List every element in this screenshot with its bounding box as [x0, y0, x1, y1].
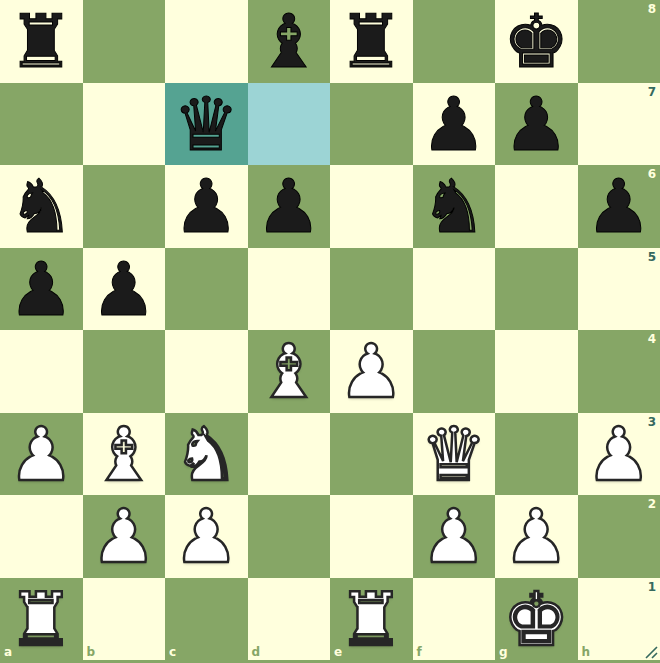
rank-coordinate-5: 5	[648, 250, 656, 264]
piece-black-pawn[interactable]: ♟	[578, 165, 660, 248]
piece-white-pawn[interactable]: ♟	[495, 495, 578, 578]
piece-black-pawn[interactable]: ♟	[495, 83, 578, 166]
square-b8[interactable]	[83, 0, 166, 83]
square-c3[interactable]: ♞	[165, 413, 248, 496]
chess-board: ♜♝♜♚8♛♟♟7♞♟♟♞♟6♟♟5♝♟4♟♝♞♛♟3♟♟♟♟2♜abcd♜ef…	[0, 0, 660, 660]
square-f2[interactable]: ♟	[413, 495, 496, 578]
rank-coordinate-4: 4	[648, 332, 656, 346]
rank-coordinate-1: 1	[648, 580, 656, 594]
square-f6[interactable]: ♞	[413, 165, 496, 248]
chess-board-wrap: ♜♝♜♚8♛♟♟7♞♟♟♞♟6♟♟5♝♟4♟♝♞♛♟3♟♟♟♟2♜abcd♜ef…	[0, 0, 660, 663]
rank-coordinate-7: 7	[648, 85, 656, 99]
rank-coordinate-8: 8	[648, 2, 656, 16]
square-g5[interactable]	[495, 248, 578, 331]
square-c6[interactable]: ♟	[165, 165, 248, 248]
square-d7[interactable]	[248, 83, 331, 166]
square-f7[interactable]: ♟	[413, 83, 496, 166]
square-h5[interactable]: 5	[578, 248, 660, 331]
square-g1[interactable]: ♚g	[495, 578, 578, 661]
file-coordinate-f: f	[417, 645, 422, 659]
file-coordinate-d: d	[252, 645, 261, 659]
square-g2[interactable]: ♟	[495, 495, 578, 578]
square-e2[interactable]	[330, 495, 413, 578]
square-a6[interactable]: ♞	[0, 165, 83, 248]
piece-white-pawn[interactable]: ♟	[578, 413, 660, 496]
piece-white-pawn[interactable]: ♟	[0, 413, 83, 496]
square-a1[interactable]: ♜a	[0, 578, 83, 661]
square-e8[interactable]: ♜	[330, 0, 413, 83]
piece-white-bishop[interactable]: ♝	[248, 330, 331, 413]
square-h7[interactable]: 7	[578, 83, 660, 166]
piece-black-pawn[interactable]: ♟	[413, 83, 496, 166]
rank-coordinate-2: 2	[648, 497, 656, 511]
piece-black-queen[interactable]: ♛	[165, 83, 248, 166]
square-g7[interactable]: ♟	[495, 83, 578, 166]
square-h8[interactable]: 8	[578, 0, 660, 83]
piece-white-pawn[interactable]: ♟	[413, 495, 496, 578]
board-resize-handle-icon[interactable]	[644, 644, 658, 658]
square-c4[interactable]	[165, 330, 248, 413]
square-c7[interactable]: ♛	[165, 83, 248, 166]
piece-black-pawn[interactable]: ♟	[0, 248, 83, 331]
square-h6[interactable]: ♟6	[578, 165, 660, 248]
square-h4[interactable]: 4	[578, 330, 660, 413]
square-h2[interactable]: 2	[578, 495, 660, 578]
square-a7[interactable]	[0, 83, 83, 166]
square-a3[interactable]: ♟	[0, 413, 83, 496]
square-a2[interactable]	[0, 495, 83, 578]
square-h1[interactable]: 1h	[578, 578, 660, 661]
file-coordinate-h: h	[582, 645, 591, 659]
square-g6[interactable]	[495, 165, 578, 248]
square-f1[interactable]: f	[413, 578, 496, 661]
square-e3[interactable]	[330, 413, 413, 496]
square-b2[interactable]: ♟	[83, 495, 166, 578]
square-g3[interactable]	[495, 413, 578, 496]
square-b6[interactable]	[83, 165, 166, 248]
square-d5[interactable]	[248, 248, 331, 331]
square-d1[interactable]: d	[248, 578, 331, 661]
square-d3[interactable]	[248, 413, 331, 496]
file-coordinate-c: c	[169, 645, 176, 659]
square-e5[interactable]	[330, 248, 413, 331]
square-a5[interactable]: ♟	[0, 248, 83, 331]
piece-black-king[interactable]: ♚	[495, 0, 578, 83]
piece-black-pawn[interactable]: ♟	[248, 165, 331, 248]
square-g8[interactable]: ♚	[495, 0, 578, 83]
square-d2[interactable]	[248, 495, 331, 578]
square-f3[interactable]: ♛	[413, 413, 496, 496]
square-c8[interactable]	[165, 0, 248, 83]
piece-white-king[interactable]: ♚	[495, 578, 578, 661]
piece-white-rook[interactable]: ♜	[0, 578, 83, 661]
square-g4[interactable]	[495, 330, 578, 413]
piece-white-pawn[interactable]: ♟	[330, 330, 413, 413]
piece-white-bishop[interactable]: ♝	[83, 413, 166, 496]
square-a8[interactable]: ♜	[0, 0, 83, 83]
square-c1[interactable]: c	[165, 578, 248, 661]
square-d6[interactable]: ♟	[248, 165, 331, 248]
square-b5[interactable]: ♟	[83, 248, 166, 331]
square-f4[interactable]	[413, 330, 496, 413]
square-f8[interactable]	[413, 0, 496, 83]
piece-black-bishop[interactable]: ♝	[248, 0, 331, 83]
piece-white-pawn[interactable]: ♟	[165, 495, 248, 578]
square-e7[interactable]	[330, 83, 413, 166]
piece-white-pawn[interactable]: ♟	[83, 495, 166, 578]
square-b7[interactable]	[83, 83, 166, 166]
square-a4[interactable]	[0, 330, 83, 413]
piece-black-knight[interactable]: ♞	[0, 165, 83, 248]
square-c5[interactable]	[165, 248, 248, 331]
square-e6[interactable]	[330, 165, 413, 248]
square-c2[interactable]: ♟	[165, 495, 248, 578]
piece-black-pawn[interactable]: ♟	[83, 248, 166, 331]
piece-black-pawn[interactable]: ♟	[165, 165, 248, 248]
square-f5[interactable]	[413, 248, 496, 331]
square-b1[interactable]: b	[83, 578, 166, 661]
square-b4[interactable]	[83, 330, 166, 413]
square-b3[interactable]: ♝	[83, 413, 166, 496]
square-d8[interactable]: ♝	[248, 0, 331, 83]
square-h3[interactable]: ♟3	[578, 413, 660, 496]
piece-black-rook[interactable]: ♜	[0, 0, 83, 83]
square-e1[interactable]: ♜e	[330, 578, 413, 661]
piece-black-knight[interactable]: ♞	[413, 165, 496, 248]
file-coordinate-b: b	[87, 645, 96, 659]
piece-white-knight[interactable]: ♞	[165, 413, 248, 496]
square-d4[interactable]: ♝	[248, 330, 331, 413]
piece-white-queen[interactable]: ♛	[413, 413, 496, 496]
piece-white-rook[interactable]: ♜	[330, 578, 413, 661]
square-e4[interactable]: ♟	[330, 330, 413, 413]
piece-black-rook[interactable]: ♜	[330, 0, 413, 83]
